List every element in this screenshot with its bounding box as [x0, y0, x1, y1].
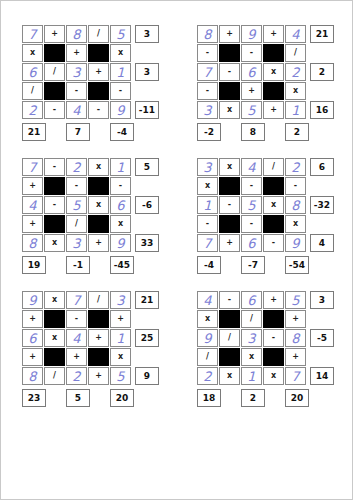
black-cell — [263, 310, 284, 328]
operator-cell: / — [66, 215, 87, 233]
number-cell: 6 — [22, 63, 43, 81]
number-cell: 6 — [241, 63, 262, 81]
operator-cell: x — [110, 348, 131, 366]
column-result-box: 20 — [285, 389, 309, 407]
operator-cell: x — [88, 196, 109, 214]
row-result-box: 21 — [135, 291, 159, 309]
number-cell: 4 — [285, 25, 306, 43]
puzzle-2-grid: 8+9+4--/7-6x2-+x3x5+1 — [197, 25, 306, 119]
operator-cell: - — [110, 177, 131, 195]
number-cell: 5 — [110, 25, 131, 43]
operator-cell: x — [197, 310, 218, 328]
black-cell — [263, 44, 284, 62]
operator-cell: / — [22, 82, 43, 100]
operator-cell: + — [263, 25, 284, 43]
operator-cell: - — [44, 196, 65, 214]
row-result-box: -5 — [310, 329, 334, 347]
column-result-box: -54 — [285, 256, 309, 274]
operator-cell: + — [22, 177, 43, 195]
operator-cell: / — [88, 25, 109, 43]
number-cell: 3 — [241, 329, 262, 347]
operator-cell: - — [219, 63, 240, 81]
operator-cell: / — [263, 158, 284, 176]
black-cell — [263, 348, 284, 366]
operator-cell: / — [241, 310, 262, 328]
puzzle-4: 3x4/2x--1-5x8--x7+6-96-324-4-7-54 — [197, 158, 334, 274]
number-cell: 2 — [285, 158, 306, 176]
number-cell: 3 — [66, 234, 87, 252]
puzzle-5: 9x7/3+-+6x4+1++x8/2+52125923520 — [22, 291, 159, 407]
operator-cell: + — [22, 310, 43, 328]
column-result-box: 2 — [241, 389, 265, 407]
puzzle-3: 7-2x1+--4-5x6+/x8x3+95-63319-1-45 — [22, 158, 159, 274]
black-cell — [44, 177, 65, 195]
column-result-box: 2 — [285, 123, 309, 141]
number-cell: 5 — [241, 101, 262, 119]
number-cell: 9 — [110, 234, 131, 252]
operator-cell: + — [88, 63, 109, 81]
number-cell: 1 — [285, 101, 306, 119]
column-result-box: 21 — [22, 123, 46, 141]
operator-cell: x — [110, 215, 131, 233]
puzzle-1: 7+8/5x+x6/3+1/--2-4-933-11217-4 — [22, 25, 159, 141]
black-cell — [219, 177, 240, 195]
black-cell — [219, 215, 240, 233]
operator-cell: - — [66, 177, 87, 195]
number-cell: 3 — [110, 291, 131, 309]
operator-cell: + — [263, 101, 284, 119]
row-result-box: -11 — [135, 101, 159, 119]
row-result-box: 33 — [135, 234, 159, 252]
worksheet-page: 7+8/5x+x6/3+1/--2-4-933-11217-4 8+9+4--/… — [0, 0, 353, 500]
number-cell: 3 — [197, 158, 218, 176]
number-cell: 2 — [22, 101, 43, 119]
number-cell: 4 — [197, 291, 218, 309]
number-cell: 7 — [197, 63, 218, 81]
operator-cell: + — [88, 367, 109, 385]
puzzle-3-grid: 7-2x1+--4-5x6+/x8x3+9 — [22, 158, 131, 252]
black-cell — [88, 82, 109, 100]
number-cell: 8 — [285, 196, 306, 214]
operator-cell: + — [285, 348, 306, 366]
number-cell: 5 — [285, 291, 306, 309]
operator-cell: / — [219, 329, 240, 347]
operator-cell: x — [263, 63, 284, 81]
number-cell: 3 — [66, 63, 87, 81]
operator-cell: - — [241, 44, 262, 62]
operator-cell: x — [110, 44, 131, 62]
number-cell: 1 — [110, 329, 131, 347]
black-cell — [88, 215, 109, 233]
operator-cell: + — [219, 234, 240, 252]
number-cell: 4 — [22, 196, 43, 214]
operator-cell: x — [44, 291, 65, 309]
operator-cell: + — [263, 291, 284, 309]
operator-cell: x — [263, 367, 284, 385]
operator-cell: x — [285, 215, 306, 233]
black-cell — [219, 82, 240, 100]
operator-cell: - — [66, 82, 87, 100]
column-result-box: -4 — [197, 256, 221, 274]
column-result-box: 18 — [197, 389, 221, 407]
number-cell: 4 — [66, 329, 87, 347]
operator-cell: + — [44, 25, 65, 43]
black-cell — [263, 177, 284, 195]
puzzle-2: 8+9+4--/7-6x2-+x3x5+121216-282 — [197, 25, 334, 141]
operator-cell: - — [88, 101, 109, 119]
black-cell — [263, 82, 284, 100]
number-cell: 9 — [197, 329, 218, 347]
black-cell — [44, 215, 65, 233]
operator-cell: + — [219, 25, 240, 43]
number-cell: 6 — [241, 291, 262, 309]
row-result-box: 3 — [310, 291, 334, 309]
column-result-box: -1 — [66, 256, 90, 274]
operator-cell: / — [88, 291, 109, 309]
column-result-box: -2 — [197, 123, 221, 141]
column-result-box: 8 — [241, 123, 265, 141]
number-cell: 5 — [241, 196, 262, 214]
number-cell: 1 — [110, 158, 131, 176]
operator-cell: - — [219, 196, 240, 214]
column-result-box: 7 — [66, 123, 90, 141]
operator-cell: - — [263, 234, 284, 252]
operator-cell: + — [88, 234, 109, 252]
number-cell: 5 — [110, 367, 131, 385]
puzzle-5-grid: 9x7/3+-+6x4+1++x8/2+5 — [22, 291, 131, 385]
operator-cell: - — [110, 82, 131, 100]
operator-cell: x — [197, 177, 218, 195]
operator-cell: + — [66, 44, 87, 62]
row-result-box: 6 — [310, 158, 334, 176]
puzzle-6: 4-6+5x/+9/3-8/x+2x1x73-51418220 — [197, 291, 334, 407]
row-result-box: 9 — [135, 367, 159, 385]
black-cell — [44, 310, 65, 328]
number-cell: 2 — [285, 63, 306, 81]
column-result-box: 19 — [22, 256, 46, 274]
black-cell — [44, 82, 65, 100]
operator-cell: x — [44, 234, 65, 252]
number-cell: 4 — [241, 158, 262, 176]
row-result-box: 25 — [135, 329, 159, 347]
black-cell — [219, 310, 240, 328]
number-cell: 9 — [110, 101, 131, 119]
number-cell: 1 — [197, 196, 218, 214]
operator-cell: + — [22, 215, 43, 233]
column-result-box: -4 — [110, 123, 134, 141]
row-result-box: 2 — [310, 63, 334, 81]
column-result-box: 23 — [22, 389, 46, 407]
column-result-box: 20 — [110, 389, 134, 407]
row-result-box: 3 — [135, 63, 159, 81]
black-cell — [219, 44, 240, 62]
black-cell — [263, 215, 284, 233]
operator-cell: - — [241, 215, 262, 233]
operator-cell: x — [285, 82, 306, 100]
operator-cell: - — [219, 291, 240, 309]
operator-cell: + — [88, 329, 109, 347]
operator-cell: + — [285, 310, 306, 328]
number-cell: 7 — [66, 291, 87, 309]
number-cell: 9 — [22, 291, 43, 309]
row-result-box: 16 — [310, 101, 334, 119]
number-cell: 2 — [197, 367, 218, 385]
number-cell: 7 — [285, 367, 306, 385]
column-result-box: -7 — [241, 256, 265, 274]
row-result-box: -32 — [310, 196, 334, 214]
number-cell: 9 — [241, 25, 262, 43]
black-cell — [88, 348, 109, 366]
operator-cell: - — [197, 44, 218, 62]
black-cell — [88, 310, 109, 328]
row-result-box: -6 — [135, 196, 159, 214]
puzzle-4-grid: 3x4/2x--1-5x8--x7+6-9 — [197, 158, 306, 252]
row-result-box: 3 — [135, 25, 159, 43]
number-cell: 6 — [241, 234, 262, 252]
operator-cell: x — [22, 44, 43, 62]
operator-cell: - — [197, 82, 218, 100]
column-result-box: 5 — [66, 389, 90, 407]
column-result-box: -45 — [110, 256, 134, 274]
number-cell: 8 — [22, 367, 43, 385]
operator-cell: / — [285, 44, 306, 62]
number-cell: 8 — [22, 234, 43, 252]
number-cell: 3 — [197, 101, 218, 119]
operator-cell: + — [22, 348, 43, 366]
operator-cell: + — [110, 310, 131, 328]
row-result-box: 14 — [310, 367, 334, 385]
operator-cell: x — [263, 196, 284, 214]
number-cell: 2 — [66, 158, 87, 176]
operator-cell: x — [219, 101, 240, 119]
number-cell: 5 — [66, 196, 87, 214]
number-cell: 8 — [285, 329, 306, 347]
number-cell: 7 — [22, 158, 43, 176]
number-cell: 8 — [197, 25, 218, 43]
operator-cell: / — [44, 63, 65, 81]
number-cell: 2 — [66, 367, 87, 385]
operator-cell: x — [44, 329, 65, 347]
operator-cell: - — [197, 215, 218, 233]
number-cell: 8 — [66, 25, 87, 43]
black-cell — [88, 44, 109, 62]
operator-cell: x — [241, 348, 262, 366]
operator-cell: - — [44, 158, 65, 176]
number-cell: 9 — [285, 234, 306, 252]
row-result-box: 4 — [310, 234, 334, 252]
operator-cell: x — [219, 367, 240, 385]
operator-cell: + — [66, 348, 87, 366]
black-cell — [219, 348, 240, 366]
number-cell: 7 — [197, 234, 218, 252]
operator-cell: x — [88, 158, 109, 176]
row-result-box: 21 — [310, 25, 334, 43]
number-cell: 7 — [22, 25, 43, 43]
operator-cell: + — [241, 82, 262, 100]
black-cell — [44, 44, 65, 62]
puzzle-1-grid: 7+8/5x+x6/3+1/--2-4-9 — [22, 25, 131, 119]
operator-cell: - — [66, 310, 87, 328]
row-result-box: 5 — [135, 158, 159, 176]
operator-cell: - — [44, 101, 65, 119]
black-cell — [88, 177, 109, 195]
number-cell: 6 — [22, 329, 43, 347]
operator-cell: - — [241, 177, 262, 195]
operator-cell: x — [219, 158, 240, 176]
number-cell: 6 — [110, 196, 131, 214]
operator-cell: - — [285, 177, 306, 195]
number-cell: 1 — [241, 367, 262, 385]
puzzle-6-grid: 4-6+5x/+9/3-8/x+2x1x7 — [197, 291, 306, 385]
number-cell: 4 — [66, 101, 87, 119]
number-cell: 1 — [110, 63, 131, 81]
operator-cell: / — [197, 348, 218, 366]
operator-cell: - — [263, 329, 284, 347]
black-cell — [44, 348, 65, 366]
operator-cell: / — [44, 367, 65, 385]
